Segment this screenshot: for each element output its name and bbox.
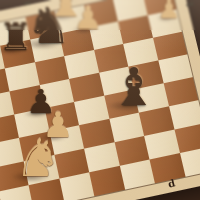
white-pawn-f7[interactable]: ♟ [74,2,103,34]
square-d1[interactable] [59,172,94,200]
black-bishop-g4[interactable]: ♝ [111,61,158,113]
white-knight-c2[interactable]: ♞ [15,132,62,184]
square-e1[interactable] [89,166,124,196]
white-pawn-h7[interactable]: ♟ [158,0,180,22]
wood-mark-icon [186,2,194,7]
chessboard-photo: ♜♞♝♟♟♝♟♟♞ d [0,0,200,200]
